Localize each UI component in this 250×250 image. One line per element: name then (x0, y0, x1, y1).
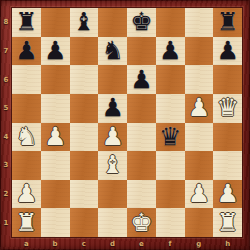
piece-white-knight[interactable]: ♞ (15, 123, 37, 151)
piece-white-pawn[interactable]: ♟ (44, 123, 66, 151)
square-g1[interactable] (185, 208, 214, 237)
square-g4[interactable] (185, 123, 214, 152)
square-g7[interactable] (185, 37, 214, 66)
square-h7[interactable]: ♟ (213, 37, 242, 66)
square-a2[interactable]: ♟ (12, 180, 41, 209)
square-d4[interactable]: ♟ (98, 123, 127, 152)
piece-white-king[interactable]: ♚ (130, 209, 152, 237)
square-b7[interactable]: ♟ (41, 37, 70, 66)
square-h5[interactable]: ♛ (213, 94, 242, 123)
square-c8[interactable]: ♝ (70, 8, 99, 37)
piece-black-pawn[interactable]: ♟ (159, 37, 181, 65)
rank-label-4: 4 (0, 123, 12, 152)
file-label-a: a (12, 237, 41, 250)
piece-black-bishop[interactable]: ♝ (73, 8, 95, 36)
square-e1[interactable]: ♚ (127, 208, 156, 237)
square-g3[interactable] (185, 151, 214, 180)
file-label-d: d (98, 237, 127, 250)
rank-label-6: 6 (0, 65, 12, 94)
square-d8[interactable] (98, 8, 127, 37)
square-a4[interactable]: ♞ (12, 123, 41, 152)
square-d2[interactable] (98, 180, 127, 209)
chess-board-window: 87654321 ♜♝♚♜♟♟♞♟♟♟♟♟♛♞♟♟♛♝♟♟♟♜♚♜ abcdef… (0, 0, 250, 250)
square-a3[interactable] (12, 151, 41, 180)
rank-label-2: 2 (0, 180, 12, 209)
square-c2[interactable] (70, 180, 99, 209)
square-h2[interactable]: ♟ (213, 180, 242, 209)
piece-black-pawn[interactable]: ♟ (44, 37, 66, 65)
square-e7[interactable] (127, 37, 156, 66)
chess-board[interactable]: ♜♝♚♜♟♟♞♟♟♟♟♟♛♞♟♟♛♝♟♟♟♜♚♜ (12, 8, 242, 237)
file-label-f: f (156, 237, 185, 250)
piece-black-pawn[interactable]: ♟ (101, 94, 123, 122)
square-c3[interactable] (70, 151, 99, 180)
square-b4[interactable]: ♟ (41, 123, 70, 152)
square-g6[interactable] (185, 65, 214, 94)
rank-label-7: 7 (0, 37, 12, 66)
square-a7[interactable]: ♟ (12, 37, 41, 66)
square-f4[interactable]: ♛ (156, 123, 185, 152)
square-h1[interactable]: ♜ (213, 208, 242, 237)
square-e2[interactable] (127, 180, 156, 209)
square-b3[interactable] (41, 151, 70, 180)
piece-white-pawn[interactable]: ♟ (188, 94, 210, 122)
rank-coordinates: 87654321 (0, 8, 12, 237)
square-d5[interactable]: ♟ (98, 94, 127, 123)
piece-black-knight[interactable]: ♞ (101, 37, 123, 65)
square-e4[interactable] (127, 123, 156, 152)
square-b2[interactable] (41, 180, 70, 209)
square-g5[interactable]: ♟ (185, 94, 214, 123)
square-b1[interactable] (41, 208, 70, 237)
square-h6[interactable] (213, 65, 242, 94)
square-b5[interactable] (41, 94, 70, 123)
piece-black-king[interactable]: ♚ (130, 8, 152, 36)
square-f3[interactable] (156, 151, 185, 180)
file-label-c: c (70, 237, 99, 250)
square-d6[interactable] (98, 65, 127, 94)
square-f1[interactable] (156, 208, 185, 237)
rank-label-1: 1 (0, 208, 12, 237)
piece-white-pawn[interactable]: ♟ (15, 180, 37, 208)
rank-label-3: 3 (0, 151, 12, 180)
piece-black-pawn[interactable]: ♟ (216, 37, 238, 65)
file-label-e: e (127, 237, 156, 250)
square-g2[interactable]: ♟ (185, 180, 214, 209)
square-b8[interactable] (41, 8, 70, 37)
square-f6[interactable] (156, 65, 185, 94)
square-d7[interactable]: ♞ (98, 37, 127, 66)
square-c5[interactable] (70, 94, 99, 123)
square-d1[interactable] (98, 208, 127, 237)
square-c4[interactable] (70, 123, 99, 152)
file-label-g: g (185, 237, 214, 250)
square-h8[interactable]: ♜ (213, 8, 242, 37)
square-a5[interactable] (12, 94, 41, 123)
rank-label-5: 5 (0, 94, 12, 123)
square-g8[interactable] (185, 8, 214, 37)
square-f7[interactable]: ♟ (156, 37, 185, 66)
square-e8[interactable]: ♚ (127, 8, 156, 37)
square-f2[interactable] (156, 180, 185, 209)
square-h4[interactable] (213, 123, 242, 152)
square-a1[interactable]: ♜ (12, 208, 41, 237)
piece-black-rook[interactable]: ♜ (15, 8, 37, 36)
square-c7[interactable] (70, 37, 99, 66)
square-d3[interactable]: ♝ (98, 151, 127, 180)
piece-white-rook[interactable]: ♜ (15, 209, 37, 237)
square-f5[interactable] (156, 94, 185, 123)
square-c1[interactable] (70, 208, 99, 237)
square-e6[interactable]: ♟ (127, 65, 156, 94)
square-a6[interactable] (12, 65, 41, 94)
rank-label-8: 8 (0, 8, 12, 37)
square-f8[interactable] (156, 8, 185, 37)
piece-black-queen[interactable]: ♛ (159, 123, 181, 151)
file-label-b: b (41, 237, 70, 250)
piece-white-bishop[interactable]: ♝ (101, 151, 123, 179)
square-e3[interactable] (127, 151, 156, 180)
square-h3[interactable] (213, 151, 242, 180)
piece-white-rook[interactable]: ♜ (216, 209, 238, 237)
piece-white-queen[interactable]: ♛ (216, 94, 238, 122)
piece-black-pawn[interactable]: ♟ (130, 66, 152, 94)
square-e5[interactable] (127, 94, 156, 123)
piece-white-pawn[interactable]: ♟ (216, 180, 238, 208)
piece-black-pawn[interactable]: ♟ (15, 37, 37, 65)
square-b6[interactable] (41, 65, 70, 94)
file-label-h: h (213, 237, 242, 250)
square-a8[interactable]: ♜ (12, 8, 41, 37)
file-coordinates: abcdefgh (12, 237, 242, 250)
piece-white-pawn[interactable]: ♟ (188, 180, 210, 208)
piece-black-rook[interactable]: ♜ (216, 8, 238, 36)
square-c6[interactable] (70, 65, 99, 94)
piece-white-pawn[interactable]: ♟ (101, 123, 123, 151)
